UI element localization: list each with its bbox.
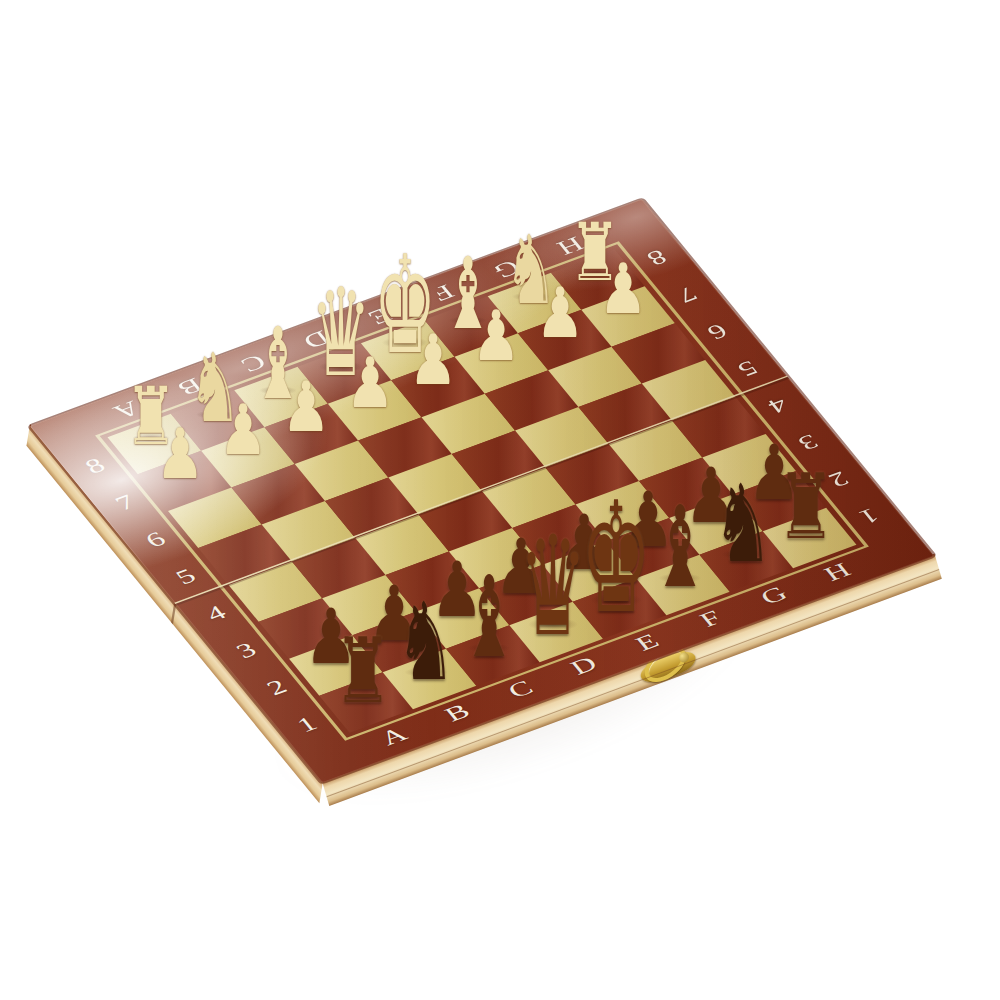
product-photo: AABBCCDDEEFFGGHH8877665544332211 ♜♞♝♛♚♝♞… bbox=[0, 0, 1000, 1000]
rank-label-right-7: 7 bbox=[663, 279, 711, 310]
rank-label-left-4: 4 bbox=[192, 598, 240, 629]
rank-label-left-5: 5 bbox=[162, 561, 210, 592]
rank-label-right-8: 8 bbox=[633, 242, 681, 273]
rank-label-left-2: 2 bbox=[253, 672, 301, 703]
rank-label-left-6: 6 bbox=[132, 524, 180, 555]
file-label-far-a: A bbox=[103, 394, 151, 425]
file-label-near-h: H bbox=[813, 556, 861, 587]
rank-label-right-6: 6 bbox=[694, 316, 742, 347]
file-label-far-d: D bbox=[293, 324, 341, 355]
rank-label-right-1: 1 bbox=[845, 500, 893, 531]
file-label-far-f: F bbox=[419, 277, 467, 308]
file-label-far-g: G bbox=[483, 253, 531, 284]
rank-label-left-3: 3 bbox=[223, 635, 271, 666]
file-label-far-c: C bbox=[229, 347, 277, 378]
file-label-near-g: G bbox=[750, 580, 798, 611]
rank-label-right-5: 5 bbox=[724, 353, 772, 384]
rank-label-left-8: 8 bbox=[71, 450, 119, 481]
rank-label-right-3: 3 bbox=[784, 427, 832, 458]
file-label-near-a: A bbox=[370, 721, 418, 752]
file-label-near-b: B bbox=[433, 697, 481, 728]
rank-label-left-7: 7 bbox=[102, 487, 150, 518]
rank-label-right-4: 4 bbox=[754, 390, 802, 421]
file-label-far-b: B bbox=[166, 371, 214, 402]
file-label-near-d: D bbox=[560, 650, 608, 681]
file-label-near-e: E bbox=[623, 627, 671, 658]
file-label-far-h: H bbox=[546, 230, 594, 261]
rank-label-right-2: 2 bbox=[815, 463, 863, 494]
rank-label-left-1: 1 bbox=[283, 709, 331, 740]
file-label-far-e: E bbox=[356, 300, 404, 331]
file-label-near-f: F bbox=[687, 603, 735, 634]
file-label-near-c: C bbox=[497, 674, 545, 705]
